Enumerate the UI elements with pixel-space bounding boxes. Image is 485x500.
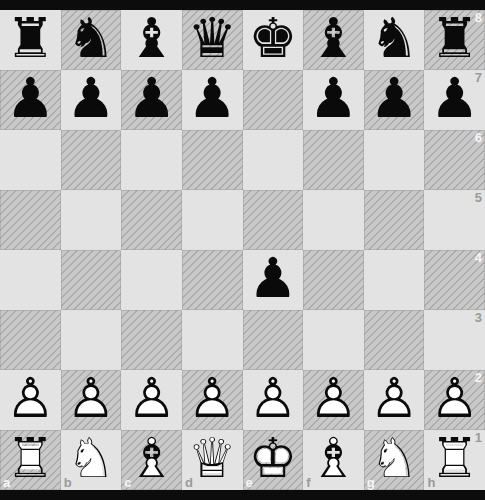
rank-label-2: 2 <box>475 371 482 385</box>
black-pawn[interactable]: ♟ <box>61 70 122 130</box>
white-pawn-outline: ♙ <box>364 370 425 430</box>
square-g3[interactable] <box>364 310 425 370</box>
black-pawn[interactable]: ♟ <box>182 70 243 130</box>
square-c2[interactable]: ♟♙ <box>121 370 182 430</box>
square-e1[interactable]: ♚♔e <box>243 430 304 490</box>
black-pawn[interactable]: ♟ <box>121 70 182 130</box>
square-c8[interactable]: ♝ <box>121 10 182 70</box>
square-c4[interactable] <box>121 250 182 310</box>
black-pawn-glyph: ♟ <box>364 70 425 130</box>
square-b3[interactable] <box>61 310 122 370</box>
black-queen[interactable]: ♛ <box>182 10 243 70</box>
square-c7[interactable]: ♟ <box>121 70 182 130</box>
square-f6[interactable] <box>303 130 364 190</box>
file-label-a: a <box>3 476 10 490</box>
square-h1[interactable]: ♜♖1h <box>424 430 485 490</box>
square-a2[interactable]: ♟♙ <box>0 370 61 430</box>
square-d6[interactable] <box>182 130 243 190</box>
square-e4[interactable]: ♟ <box>243 250 304 310</box>
black-pawn[interactable]: ♟ <box>303 70 364 130</box>
square-f7[interactable]: ♟ <box>303 70 364 130</box>
white-bishop-outline: ♗ <box>303 430 364 490</box>
square-a7[interactable]: ♟ <box>0 70 61 130</box>
file-label-b: b <box>64 476 72 490</box>
chess-board-screen: ♜♞♝♛♚♝♞♜8♟♟♟♟♟♟♟765♟43♟♙♟♙♟♙♟♙♟♙♟♙♟♙♟♙2♜… <box>0 0 485 500</box>
square-b7[interactable]: ♟ <box>61 70 122 130</box>
square-e2[interactable]: ♟♙ <box>243 370 304 430</box>
square-h3[interactable]: 3 <box>424 310 485 370</box>
black-bishop[interactable]: ♝ <box>303 10 364 70</box>
black-pawn[interactable]: ♟ <box>243 250 304 310</box>
black-pawn-glyph: ♟ <box>182 70 243 130</box>
square-d7[interactable]: ♟ <box>182 70 243 130</box>
square-f5[interactable] <box>303 190 364 250</box>
white-pawn[interactable]: ♟♙ <box>61 370 122 430</box>
black-pawn-glyph: ♟ <box>303 70 364 130</box>
square-g1[interactable]: ♞♘g <box>364 430 425 490</box>
white-pawn[interactable]: ♟♙ <box>121 370 182 430</box>
black-rook-glyph: ♜ <box>0 10 61 70</box>
black-bishop-glyph: ♝ <box>303 10 364 70</box>
square-d1[interactable]: ♛♕d <box>182 430 243 490</box>
square-d3[interactable] <box>182 310 243 370</box>
black-bishop-glyph: ♝ <box>121 10 182 70</box>
white-pawn[interactable]: ♟♙ <box>303 370 364 430</box>
square-b5[interactable] <box>61 190 122 250</box>
black-king-glyph: ♚ <box>243 10 304 70</box>
square-e5[interactable] <box>243 190 304 250</box>
square-c6[interactable] <box>121 130 182 190</box>
rank-label-3: 3 <box>475 311 482 325</box>
square-a1[interactable]: ♜♖a <box>0 430 61 490</box>
square-a3[interactable] <box>0 310 61 370</box>
square-e6[interactable] <box>243 130 304 190</box>
black-knight[interactable]: ♞ <box>61 10 122 70</box>
square-d5[interactable] <box>182 190 243 250</box>
square-d2[interactable]: ♟♙ <box>182 370 243 430</box>
square-b2[interactable]: ♟♙ <box>61 370 122 430</box>
square-c1[interactable]: ♝♗c <box>121 430 182 490</box>
square-e7[interactable] <box>243 70 304 130</box>
file-label-c: c <box>124 476 131 490</box>
white-pawn-outline: ♙ <box>182 370 243 430</box>
black-pawn[interactable]: ♟ <box>0 70 61 130</box>
square-a5[interactable] <box>0 190 61 250</box>
black-king[interactable]: ♚ <box>243 10 304 70</box>
black-queen-glyph: ♛ <box>182 10 243 70</box>
white-pawn-outline: ♙ <box>61 370 122 430</box>
file-label-f: f <box>306 476 310 490</box>
black-pawn[interactable]: ♟ <box>364 70 425 130</box>
square-g8[interactable]: ♞ <box>364 10 425 70</box>
rank-label-1: 1 <box>475 431 482 445</box>
black-pawn-glyph: ♟ <box>61 70 122 130</box>
square-f8[interactable]: ♝ <box>303 10 364 70</box>
white-pawn-outline: ♙ <box>243 370 304 430</box>
square-h5[interactable]: 5 <box>424 190 485 250</box>
rank-label-4: 4 <box>475 251 482 265</box>
square-h7[interactable]: ♟7 <box>424 70 485 130</box>
rank-label-5: 5 <box>475 191 482 205</box>
black-bishop[interactable]: ♝ <box>121 10 182 70</box>
square-g6[interactable] <box>364 130 425 190</box>
square-a6[interactable] <box>0 130 61 190</box>
square-g4[interactable] <box>364 250 425 310</box>
white-pawn[interactable]: ♟♙ <box>364 370 425 430</box>
square-a4[interactable] <box>0 250 61 310</box>
square-b6[interactable] <box>61 130 122 190</box>
square-g2[interactable]: ♟♙ <box>364 370 425 430</box>
black-pawn-glyph: ♟ <box>0 70 61 130</box>
file-label-h: h <box>427 476 435 490</box>
square-a8[interactable]: ♜ <box>0 10 61 70</box>
rank-label-8: 8 <box>475 11 482 25</box>
file-label-g: g <box>367 476 375 490</box>
black-knight-glyph: ♞ <box>364 10 425 70</box>
black-rook[interactable]: ♜ <box>0 10 61 70</box>
square-f3[interactable] <box>303 310 364 370</box>
file-label-e: e <box>246 476 253 490</box>
white-pawn-outline: ♙ <box>121 370 182 430</box>
square-c3[interactable] <box>121 310 182 370</box>
square-b8[interactable]: ♞ <box>61 10 122 70</box>
square-b1[interactable]: ♞♘b <box>61 430 122 490</box>
square-d4[interactable] <box>182 250 243 310</box>
square-f4[interactable] <box>303 250 364 310</box>
square-c5[interactable] <box>121 190 182 250</box>
square-d8[interactable]: ♛ <box>182 10 243 70</box>
white-pawn[interactable]: ♟♙ <box>243 370 304 430</box>
square-h6[interactable]: 6 <box>424 130 485 190</box>
square-h8[interactable]: ♜8 <box>424 10 485 70</box>
white-pawn[interactable]: ♟♙ <box>0 370 61 430</box>
white-bishop[interactable]: ♝♗ <box>303 430 364 490</box>
square-g5[interactable] <box>364 190 425 250</box>
square-h2[interactable]: ♟♙2 <box>424 370 485 430</box>
top-frame-bar <box>0 0 485 10</box>
rank-label-6: 6 <box>475 131 482 145</box>
black-knight[interactable]: ♞ <box>364 10 425 70</box>
rank-label-7: 7 <box>475 71 482 85</box>
file-label-d: d <box>185 476 193 490</box>
square-g7[interactable]: ♟ <box>364 70 425 130</box>
square-h4[interactable]: 4 <box>424 250 485 310</box>
square-b4[interactable] <box>61 250 122 310</box>
black-pawn-glyph: ♟ <box>121 70 182 130</box>
black-knight-glyph: ♞ <box>61 10 122 70</box>
black-pawn-glyph: ♟ <box>243 250 304 310</box>
square-f1[interactable]: ♝♗f <box>303 430 364 490</box>
white-pawn[interactable]: ♟♙ <box>182 370 243 430</box>
square-e8[interactable]: ♚ <box>243 10 304 70</box>
bottom-frame-bar <box>0 490 485 500</box>
white-pawn-outline: ♙ <box>0 370 61 430</box>
chess-board[interactable]: ♜♞♝♛♚♝♞♜8♟♟♟♟♟♟♟765♟43♟♙♟♙♟♙♟♙♟♙♟♙♟♙♟♙2♜… <box>0 10 485 490</box>
square-f2[interactable]: ♟♙ <box>303 370 364 430</box>
square-e3[interactable] <box>243 310 304 370</box>
white-pawn-outline: ♙ <box>303 370 364 430</box>
